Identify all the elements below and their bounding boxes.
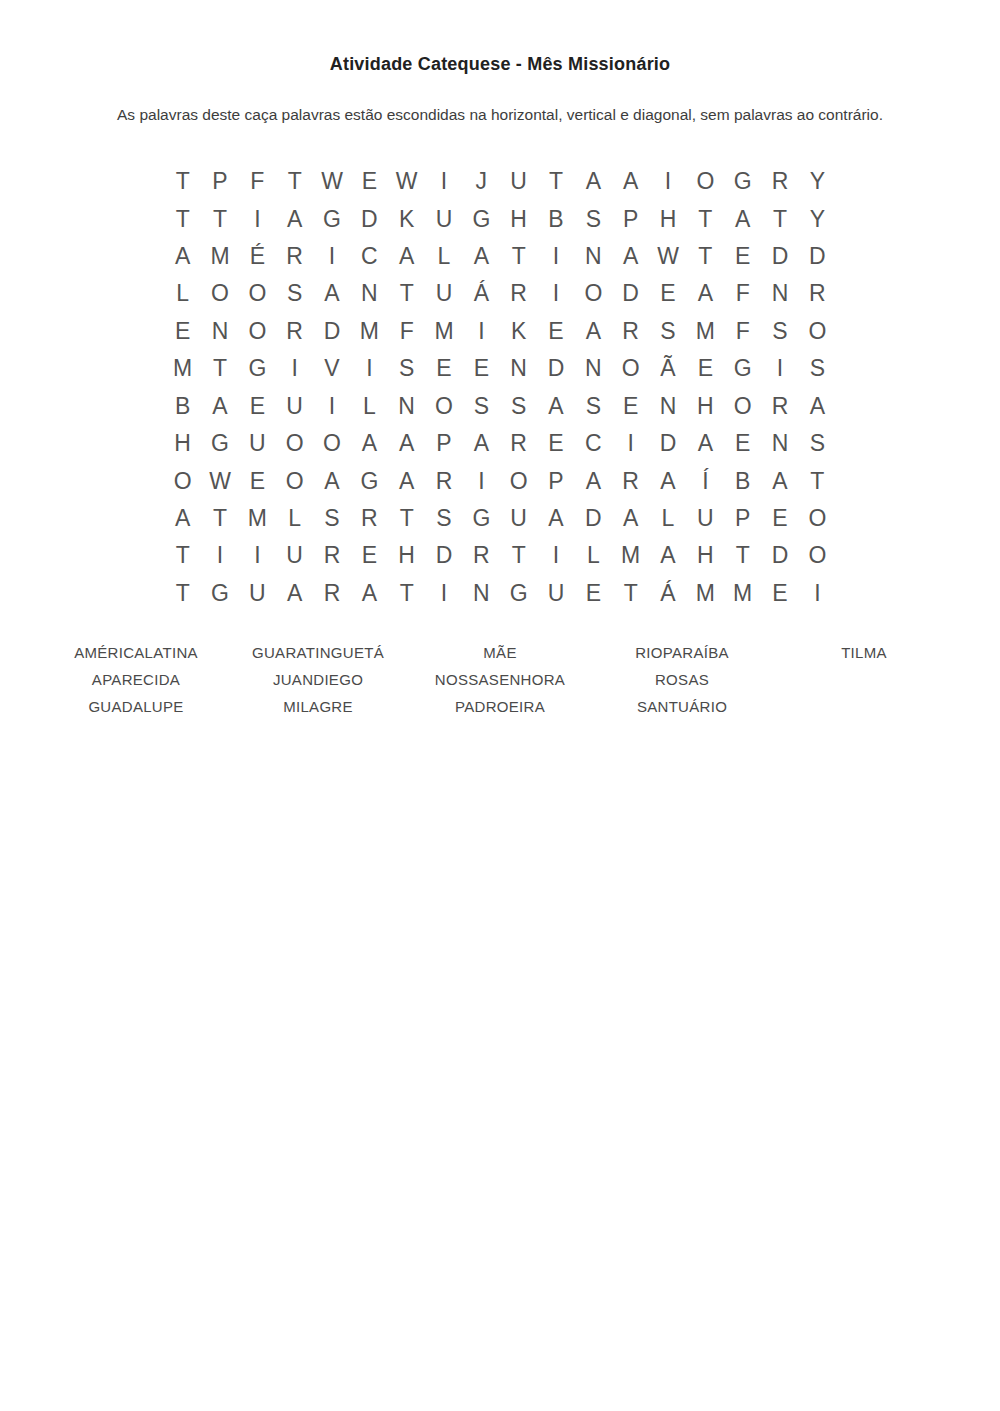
grid-cell-r1c17[interactable]: R xyxy=(761,163,798,200)
grid-cell-r7c18[interactable]: A xyxy=(799,388,836,425)
grid-cell-r8c13[interactable]: I xyxy=(612,425,649,462)
grid-cell-r10c6[interactable]: R xyxy=(351,500,388,537)
grid-cell-r10c5[interactable]: S xyxy=(313,500,350,537)
grid-cell-r4c15[interactable]: A xyxy=(687,275,724,312)
grid-cell-r12c4[interactable]: A xyxy=(276,575,313,612)
grid-cell-r2c8[interactable]: U xyxy=(425,200,462,237)
grid-cell-r4c7[interactable]: T xyxy=(388,275,425,312)
grid-cell-r11c12[interactable]: L xyxy=(575,537,612,574)
grid-cell-r11c2[interactable]: I xyxy=(201,537,238,574)
grid-cell-r8c17[interactable]: N xyxy=(761,425,798,462)
grid-cell-r3c10[interactable]: T xyxy=(500,238,537,275)
grid-cell-r8c4[interactable]: O xyxy=(276,425,313,462)
grid-cell-r4c18[interactable]: R xyxy=(799,275,836,312)
grid-cell-r7c8[interactable]: O xyxy=(425,388,462,425)
grid-cell-r7c11[interactable]: A xyxy=(537,388,574,425)
grid-cell-r10c18[interactable]: O xyxy=(799,500,836,537)
grid-cell-r1c10[interactable]: U xyxy=(500,163,537,200)
grid-cell-r12c18[interactable]: I xyxy=(799,575,836,612)
grid-cell-r9c7[interactable]: A xyxy=(388,462,425,499)
grid-cell-r6c3[interactable]: G xyxy=(239,350,276,387)
grid-cell-r12c10[interactable]: G xyxy=(500,575,537,612)
grid-cell-r8c7[interactable]: A xyxy=(388,425,425,462)
grid-cell-r11c7[interactable]: H xyxy=(388,537,425,574)
grid-cell-r9c5[interactable]: A xyxy=(313,462,350,499)
grid-cell-r6c16[interactable]: G xyxy=(724,350,761,387)
grid-cell-r4c5[interactable]: A xyxy=(313,275,350,312)
instructions-text: As palavras deste caça palavras estão es… xyxy=(0,105,1000,125)
grid-cell-r11c4[interactable]: U xyxy=(276,537,313,574)
grid-cell-r7c4[interactable]: U xyxy=(276,388,313,425)
grid-cell-r3c6[interactable]: C xyxy=(351,238,388,275)
grid-cell-r8c18[interactable]: S xyxy=(799,425,836,462)
grid-cell-r6c7[interactable]: S xyxy=(388,350,425,387)
grid-cell-r10c1[interactable]: A xyxy=(164,500,201,537)
grid-cell-r9c1[interactable]: O xyxy=(164,462,201,499)
grid-cell-r7c6[interactable]: L xyxy=(351,388,388,425)
grid-cell-r4c4[interactable]: S xyxy=(276,275,313,312)
grid-cell-r2c15[interactable]: T xyxy=(687,200,724,237)
word-list-item-nossasenhora: NOSSASENHORA xyxy=(409,666,591,693)
wordsearch-grid: TPFTWEWIJUTAAIOGRYTTIAGDKUGHBSPHTATYAMÉR… xyxy=(164,163,836,612)
grid-cell-r7c1[interactable]: B xyxy=(164,388,201,425)
grid-cell-r11c15[interactable]: H xyxy=(687,537,724,574)
word-list-item-milagre: MILAGRE xyxy=(227,693,409,720)
grid-cell-r8c12[interactable]: C xyxy=(575,425,612,462)
grid-cell-r5c15[interactable]: M xyxy=(687,313,724,350)
grid-cell-r11c16[interactable]: T xyxy=(724,537,761,574)
grid-cell-r11c8[interactable]: D xyxy=(425,537,462,574)
word-list-item-guaratinguetá: GUARATINGUETÁ xyxy=(227,639,409,666)
grid-cell-r5c18[interactable]: O xyxy=(799,313,836,350)
grid-cell-r4c9[interactable]: Á xyxy=(463,275,500,312)
grid-cell-r11c11[interactable]: I xyxy=(537,537,574,574)
grid-cell-r3c5[interactable]: I xyxy=(313,238,350,275)
grid-cell-r1c3[interactable]: F xyxy=(239,163,276,200)
page-title: Atividade Catequese - Mês Missionário xyxy=(0,0,1000,75)
grid-cell-r2c16[interactable]: A xyxy=(724,200,761,237)
grid-cell-r8c5[interactable]: O xyxy=(313,425,350,462)
grid-cell-r3c18[interactable]: D xyxy=(799,238,836,275)
grid-cell-r7c7[interactable]: N xyxy=(388,388,425,425)
grid-cell-r5c17[interactable]: S xyxy=(761,313,798,350)
grid-cell-r3c14[interactable]: W xyxy=(649,238,686,275)
grid-cell-r5c4[interactable]: R xyxy=(276,313,313,350)
grid-cell-r11c13[interactable]: M xyxy=(612,537,649,574)
grid-cell-r8c16[interactable]: E xyxy=(724,425,761,462)
word-list-item-rioparaíba: RIOPARAÍBA xyxy=(591,639,773,666)
grid-cell-r12c6[interactable]: A xyxy=(351,575,388,612)
grid-cell-r1c6[interactable]: E xyxy=(351,163,388,200)
grid-cell-r9c14[interactable]: A xyxy=(649,462,686,499)
grid-cell-r10c7[interactable]: T xyxy=(388,500,425,537)
grid-cell-r1c8[interactable]: I xyxy=(425,163,462,200)
grid-cell-r6c18[interactable]: S xyxy=(799,350,836,387)
grid-cell-r2c4[interactable]: A xyxy=(276,200,313,237)
grid-cell-r11c14[interactable]: A xyxy=(649,537,686,574)
grid-cell-r2c1[interactable]: T xyxy=(164,200,201,237)
grid-cell-r6c5[interactable]: V xyxy=(313,350,350,387)
grid-cell-r10c9[interactable]: G xyxy=(463,500,500,537)
grid-cell-r3c1[interactable]: A xyxy=(164,238,201,275)
grid-cell-r2c18[interactable]: Y xyxy=(799,200,836,237)
grid-cell-r3c12[interactable]: N xyxy=(575,238,612,275)
grid-cell-r10c14[interactable]: L xyxy=(649,500,686,537)
grid-cell-r5c10[interactable]: K xyxy=(500,313,537,350)
word-list-item-mãe: MÃE xyxy=(409,639,591,666)
grid-cell-r2c13[interactable]: P xyxy=(612,200,649,237)
grid-cell-r2c10[interactable]: H xyxy=(500,200,537,237)
grid-cell-r3c9[interactable]: A xyxy=(463,238,500,275)
grid-cell-r8c8[interactable]: P xyxy=(425,425,462,462)
grid-cell-r3c3[interactable]: É xyxy=(239,238,276,275)
grid-cell-r4c1[interactable]: L xyxy=(164,275,201,312)
grid-cell-r6c6[interactable]: I xyxy=(351,350,388,387)
grid-cell-r10c17[interactable]: E xyxy=(761,500,798,537)
grid-cell-r1c2[interactable]: P xyxy=(201,163,238,200)
grid-cell-r9c11[interactable]: P xyxy=(537,462,574,499)
grid-cell-r6c15[interactable]: E xyxy=(687,350,724,387)
grid-cell-r5c12[interactable]: A xyxy=(575,313,612,350)
grid-cell-r2c11[interactable]: B xyxy=(537,200,574,237)
grid-cell-r10c15[interactable]: U xyxy=(687,500,724,537)
grid-cell-r12c13[interactable]: T xyxy=(612,575,649,612)
grid-cell-r10c10[interactable]: U xyxy=(500,500,537,537)
grid-cell-r4c16[interactable]: F xyxy=(724,275,761,312)
grid-cell-r10c11[interactable]: A xyxy=(537,500,574,537)
grid-cell-r5c9[interactable]: I xyxy=(463,313,500,350)
grid-cell-r9c13[interactable]: R xyxy=(612,462,649,499)
grid-cell-r7c13[interactable]: E xyxy=(612,388,649,425)
grid-cell-r1c18[interactable]: Y xyxy=(799,163,836,200)
grid-cell-r11c5[interactable]: R xyxy=(313,537,350,574)
grid-cell-r9c9[interactable]: I xyxy=(463,462,500,499)
grid-cell-r7c12[interactable]: S xyxy=(575,388,612,425)
grid-cell-r12c8[interactable]: I xyxy=(425,575,462,612)
grid-cell-r12c3[interactable]: U xyxy=(239,575,276,612)
grid-cell-r11c3[interactable]: I xyxy=(239,537,276,574)
grid-cell-r10c16[interactable]: P xyxy=(724,500,761,537)
grid-cell-r9c3[interactable]: E xyxy=(239,462,276,499)
grid-cell-r6c11[interactable]: D xyxy=(537,350,574,387)
grid-cell-r3c17[interactable]: D xyxy=(761,238,798,275)
grid-cell-r12c11[interactable]: U xyxy=(537,575,574,612)
grid-cell-r8c9[interactable]: A xyxy=(463,425,500,462)
grid-cell-r8c6[interactable]: A xyxy=(351,425,388,462)
word-list-item-rosas: ROSAS xyxy=(591,666,773,693)
word-list-empty xyxy=(773,666,955,693)
word-list-item-américalatina: AMÉRICALATINA xyxy=(45,639,227,666)
word-list-item-santuário: SANTUÁRIO xyxy=(591,693,773,720)
grid-cell-r6c2[interactable]: T xyxy=(201,350,238,387)
grid-cell-r1c12[interactable]: A xyxy=(575,163,612,200)
grid-cell-r1c11[interactable]: T xyxy=(537,163,574,200)
grid-cell-r7c16[interactable]: O xyxy=(724,388,761,425)
grid-cell-r2c12[interactable]: S xyxy=(575,200,612,237)
grid-cell-r5c13[interactable]: R xyxy=(612,313,649,350)
grid-cell-r1c14[interactable]: I xyxy=(649,163,686,200)
grid-cell-r6c4[interactable]: I xyxy=(276,350,313,387)
grid-cell-r3c13[interactable]: A xyxy=(612,238,649,275)
grid-cell-r9c17[interactable]: A xyxy=(761,462,798,499)
grid-cell-r10c8[interactable]: S xyxy=(425,500,462,537)
grid-cell-r9c18[interactable]: T xyxy=(799,462,836,499)
grid-cell-r5c11[interactable]: E xyxy=(537,313,574,350)
grid-cell-r8c2[interactable]: G xyxy=(201,425,238,462)
grid-cell-r2c2[interactable]: T xyxy=(201,200,238,237)
grid-cell-r9c4[interactable]: O xyxy=(276,462,313,499)
grid-cell-r3c7[interactable]: A xyxy=(388,238,425,275)
grid-cell-r7c15[interactable]: H xyxy=(687,388,724,425)
grid-cell-r9c10[interactable]: O xyxy=(500,462,537,499)
word-list-empty xyxy=(773,693,955,720)
grid-cell-r1c9[interactable]: J xyxy=(463,163,500,200)
grid-cell-r1c16[interactable]: G xyxy=(724,163,761,200)
word-list-item-padroeira: PADROEIRA xyxy=(409,693,591,720)
grid-cell-r5c8[interactable]: M xyxy=(425,313,462,350)
grid-cell-r6c17[interactable]: I xyxy=(761,350,798,387)
grid-cell-r11c18[interactable]: O xyxy=(799,537,836,574)
worksheet-page: Atividade Catequese - Mês Missionário As… xyxy=(0,0,1000,1411)
grid-cell-r12c9[interactable]: N xyxy=(463,575,500,612)
grid-cell-r2c7[interactable]: K xyxy=(388,200,425,237)
grid-cell-r11c9[interactable]: R xyxy=(463,537,500,574)
grid-cell-r12c5[interactable]: R xyxy=(313,575,350,612)
grid-cell-r6c1[interactable]: M xyxy=(164,350,201,387)
word-list-item-guadalupe: GUADALUPE xyxy=(45,693,227,720)
grid-cell-r8c1[interactable]: H xyxy=(164,425,201,462)
grid-cell-r9c2[interactable]: W xyxy=(201,462,238,499)
grid-cell-r3c15[interactable]: T xyxy=(687,238,724,275)
grid-cell-r3c4[interactable]: R xyxy=(276,238,313,275)
grid-cell-r4c11[interactable]: I xyxy=(537,275,574,312)
grid-cell-r5c2[interactable]: N xyxy=(201,313,238,350)
grid-cell-r6c9[interactable]: E xyxy=(463,350,500,387)
grid-cell-r9c6[interactable]: G xyxy=(351,462,388,499)
grid-cell-r7c14[interactable]: N xyxy=(649,388,686,425)
word-list-item-tilma: TILMA xyxy=(773,639,955,666)
grid-cell-r8c3[interactable]: U xyxy=(239,425,276,462)
grid-cell-r7c2[interactable]: A xyxy=(201,388,238,425)
grid-cell-r7c3[interactable]: E xyxy=(239,388,276,425)
grid-cell-r12c1[interactable]: T xyxy=(164,575,201,612)
grid-cell-r1c5[interactable]: W xyxy=(313,163,350,200)
grid-cell-r9c15[interactable]: Í xyxy=(687,462,724,499)
grid-cell-r1c4[interactable]: T xyxy=(276,163,313,200)
grid-cell-r5c7[interactable]: F xyxy=(388,313,425,350)
grid-cell-r9c12[interactable]: A xyxy=(575,462,612,499)
grid-cell-r10c2[interactable]: T xyxy=(201,500,238,537)
grid-cell-r8c11[interactable]: E xyxy=(537,425,574,462)
grid-cell-r3c11[interactable]: I xyxy=(537,238,574,275)
grid-cell-r4c13[interactable]: D xyxy=(612,275,649,312)
grid-cell-r12c15[interactable]: M xyxy=(687,575,724,612)
grid-cell-r5c1[interactable]: E xyxy=(164,313,201,350)
grid-cell-r1c7[interactable]: W xyxy=(388,163,425,200)
grid-cell-r11c17[interactable]: D xyxy=(761,537,798,574)
word-list-item-juandiego: JUANDIEGO xyxy=(227,666,409,693)
grid-cell-r6c13[interactable]: O xyxy=(612,350,649,387)
grid-cell-r12c12[interactable]: E xyxy=(575,575,612,612)
grid-cell-r10c3[interactable]: M xyxy=(239,500,276,537)
grid-cell-r11c10[interactable]: T xyxy=(500,537,537,574)
grid-cell-r10c13[interactable]: A xyxy=(612,500,649,537)
word-list: AMÉRICALATINAGUARATINGUETÁMÃERIOPARAÍBAT… xyxy=(45,639,955,720)
grid-cell-r12c17[interactable]: E xyxy=(761,575,798,612)
grid-cell-r11c1[interactable]: T xyxy=(164,537,201,574)
grid-cell-r1c15[interactable]: O xyxy=(687,163,724,200)
grid-cell-r12c7[interactable]: T xyxy=(388,575,425,612)
grid-cell-r10c4[interactable]: L xyxy=(276,500,313,537)
grid-cell-r3c8[interactable]: L xyxy=(425,238,462,275)
grid-cell-r2c9[interactable]: G xyxy=(463,200,500,237)
grid-cell-r4c12[interactable]: O xyxy=(575,275,612,312)
grid-cell-r2c3[interactable]: I xyxy=(239,200,276,237)
grid-cell-r4c14[interactable]: E xyxy=(649,275,686,312)
grid-cell-r10c12[interactable]: D xyxy=(575,500,612,537)
grid-cell-r12c14[interactable]: Á xyxy=(649,575,686,612)
grid-cell-r4c2[interactable]: O xyxy=(201,275,238,312)
grid-cell-r5c6[interactable]: M xyxy=(351,313,388,350)
grid-cell-r7c9[interactable]: S xyxy=(463,388,500,425)
grid-cell-r8c14[interactable]: D xyxy=(649,425,686,462)
grid-cell-r6c8[interactable]: E xyxy=(425,350,462,387)
grid-cell-r8c15[interactable]: A xyxy=(687,425,724,462)
grid-cell-r5c14[interactable]: S xyxy=(649,313,686,350)
grid-cell-r4c10[interactable]: R xyxy=(500,275,537,312)
grid-cell-r1c1[interactable]: T xyxy=(164,163,201,200)
grid-cell-r4c8[interactable]: U xyxy=(425,275,462,312)
grid-cell-r3c16[interactable]: E xyxy=(724,238,761,275)
grid-cell-r2c14[interactable]: H xyxy=(649,200,686,237)
grid-cell-r2c5[interactable]: G xyxy=(313,200,350,237)
grid-cell-r5c3[interactable]: O xyxy=(239,313,276,350)
grid-cell-r2c17[interactable]: T xyxy=(761,200,798,237)
grid-cell-r4c3[interactable]: O xyxy=(239,275,276,312)
grid-cell-r12c16[interactable]: M xyxy=(724,575,761,612)
word-list-item-aparecida: APARECIDA xyxy=(45,666,227,693)
grid-cell-r4c17[interactable]: N xyxy=(761,275,798,312)
grid-cell-r8c10[interactable]: R xyxy=(500,425,537,462)
grid-cell-r6c10[interactable]: N xyxy=(500,350,537,387)
grid-cell-r11c6[interactable]: E xyxy=(351,537,388,574)
grid-cell-r6c12[interactable]: N xyxy=(575,350,612,387)
grid-cell-r12c2[interactable]: G xyxy=(201,575,238,612)
grid-cell-r7c10[interactable]: S xyxy=(500,388,537,425)
grid-cell-r7c5[interactable]: I xyxy=(313,388,350,425)
grid-cell-r2c6[interactable]: D xyxy=(351,200,388,237)
grid-cell-r9c8[interactable]: R xyxy=(425,462,462,499)
grid-cell-r7c17[interactable]: R xyxy=(761,388,798,425)
grid-cell-r5c5[interactable]: D xyxy=(313,313,350,350)
grid-cell-r4c6[interactable]: N xyxy=(351,275,388,312)
grid-cell-r3c2[interactable]: M xyxy=(201,238,238,275)
grid-cell-r9c16[interactable]: B xyxy=(724,462,761,499)
grid-cell-r5c16[interactable]: F xyxy=(724,313,761,350)
grid-cell-r1c13[interactable]: A xyxy=(612,163,649,200)
grid-cell-r6c14[interactable]: Ã xyxy=(649,350,686,387)
